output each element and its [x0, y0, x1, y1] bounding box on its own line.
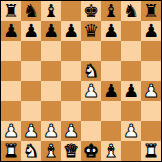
square-a6[interactable] [1, 41, 21, 61]
piece-black-pawn[interactable]: ♟ [103, 21, 119, 41]
square-f5[interactable] [101, 61, 121, 81]
square-b5[interactable] [21, 61, 41, 81]
piece-black-pawn[interactable]: ♟ [23, 21, 39, 41]
square-b3[interactable] [21, 101, 41, 121]
square-e1[interactable]: ♚ [81, 141, 101, 161]
square-h7[interactable]: ♟ [141, 21, 161, 41]
square-b7[interactable]: ♟ [21, 21, 41, 41]
square-b6[interactable] [21, 41, 41, 61]
square-g6[interactable] [121, 41, 141, 61]
piece-black-pawn[interactable]: ♟ [3, 21, 19, 41]
square-g4[interactable]: ♟ [121, 81, 141, 101]
square-e8[interactable]: ♚ [81, 1, 101, 21]
piece-white-pawn[interactable]: ♟ [123, 121, 139, 141]
square-h5[interactable] [141, 61, 161, 81]
square-d6[interactable] [61, 41, 81, 61]
square-c5[interactable] [41, 61, 61, 81]
piece-white-pawn[interactable]: ♟ [43, 121, 59, 141]
piece-black-rook[interactable]: ♜ [143, 1, 159, 21]
square-f3[interactable] [101, 101, 121, 121]
piece-black-pawn[interactable]: ♟ [143, 21, 159, 41]
piece-white-king[interactable]: ♚ [83, 141, 99, 161]
square-d1[interactable]: ♛ [61, 141, 81, 161]
piece-white-pawn[interactable]: ♟ [83, 81, 99, 101]
piece-black-pawn[interactable]: ♟ [123, 81, 139, 101]
square-e6[interactable] [81, 41, 101, 61]
piece-black-bishop[interactable]: ♝ [43, 1, 59, 21]
piece-white-pawn[interactable]: ♟ [63, 121, 79, 141]
square-g2[interactable]: ♟ [121, 121, 141, 141]
piece-white-rook[interactable]: ♜ [3, 141, 19, 161]
piece-black-pawn[interactable]: ♟ [63, 21, 79, 41]
square-e5[interactable]: ♞ [81, 61, 101, 81]
square-d8[interactable] [61, 1, 81, 21]
piece-white-pawn[interactable]: ♟ [143, 81, 159, 101]
square-c7[interactable]: ♟ [41, 21, 61, 41]
square-d7[interactable]: ♟ [61, 21, 81, 41]
chess-board: ♜♞♝♚♝♞♜♟♟♟♟♛♟♟♞♟♟♟♟♟♟♟♟♟♜♞♝♛♚♝♜ [0, 0, 162, 162]
square-f6[interactable] [101, 41, 121, 61]
square-g8[interactable]: ♞ [121, 1, 141, 21]
square-e7[interactable]: ♛ [81, 21, 101, 41]
square-c1[interactable]: ♝ [41, 141, 61, 161]
square-c4[interactable] [41, 81, 61, 101]
square-a1[interactable]: ♜ [1, 141, 21, 161]
square-a7[interactable]: ♟ [1, 21, 21, 41]
square-d3[interactable] [61, 101, 81, 121]
piece-black-pawn[interactable]: ♟ [103, 81, 119, 101]
square-c3[interactable] [41, 101, 61, 121]
square-g5[interactable] [121, 61, 141, 81]
square-g3[interactable] [121, 101, 141, 121]
square-c8[interactable]: ♝ [41, 1, 61, 21]
square-e4[interactable]: ♟ [81, 81, 101, 101]
square-b2[interactable]: ♟ [21, 121, 41, 141]
piece-black-knight[interactable]: ♞ [123, 1, 139, 21]
piece-black-queen[interactable]: ♛ [83, 21, 99, 41]
piece-black-knight[interactable]: ♞ [23, 1, 39, 21]
piece-white-bishop[interactable]: ♝ [43, 141, 59, 161]
square-a5[interactable] [1, 61, 21, 81]
square-b4[interactable] [21, 81, 41, 101]
piece-white-rook[interactable]: ♜ [143, 141, 159, 161]
square-f4[interactable]: ♟ [101, 81, 121, 101]
square-f8[interactable]: ♝ [101, 1, 121, 21]
square-d2[interactable]: ♟ [61, 121, 81, 141]
square-g7[interactable] [121, 21, 141, 41]
piece-black-bishop[interactable]: ♝ [103, 1, 119, 21]
square-h4[interactable]: ♟ [141, 81, 161, 101]
piece-white-pawn[interactable]: ♟ [23, 121, 39, 141]
square-a8[interactable]: ♜ [1, 1, 21, 21]
square-d5[interactable] [61, 61, 81, 81]
square-e3[interactable] [81, 101, 101, 121]
square-f1[interactable]: ♝ [101, 141, 121, 161]
piece-black-pawn[interactable]: ♟ [43, 21, 59, 41]
square-c6[interactable] [41, 41, 61, 61]
square-h1[interactable]: ♜ [141, 141, 161, 161]
piece-black-rook[interactable]: ♜ [3, 1, 19, 21]
square-h8[interactable]: ♜ [141, 1, 161, 21]
square-h6[interactable] [141, 41, 161, 61]
piece-white-bishop[interactable]: ♝ [103, 141, 119, 161]
piece-white-knight[interactable]: ♞ [83, 61, 99, 81]
piece-white-knight[interactable]: ♞ [23, 141, 39, 161]
square-g1[interactable] [121, 141, 141, 161]
square-e2[interactable] [81, 121, 101, 141]
piece-black-king[interactable]: ♚ [83, 1, 99, 21]
square-f2[interactable] [101, 121, 121, 141]
square-a4[interactable] [1, 81, 21, 101]
piece-white-queen[interactable]: ♛ [63, 141, 79, 161]
square-b8[interactable]: ♞ [21, 1, 41, 21]
square-h3[interactable] [141, 101, 161, 121]
square-a3[interactable] [1, 101, 21, 121]
square-d4[interactable] [61, 81, 81, 101]
square-f7[interactable]: ♟ [101, 21, 121, 41]
square-h2[interactable] [141, 121, 161, 141]
square-a2[interactable]: ♟ [1, 121, 21, 141]
piece-white-pawn[interactable]: ♟ [3, 121, 19, 141]
square-b1[interactable]: ♞ [21, 141, 41, 161]
square-c2[interactable]: ♟ [41, 121, 61, 141]
